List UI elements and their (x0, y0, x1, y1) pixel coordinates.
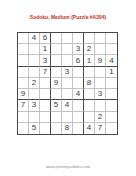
cell-r5c4: 9 (51, 78, 62, 89)
cell-r3c4 (51, 55, 62, 66)
cell-r1c7 (84, 33, 95, 44)
cell-r5c1 (18, 78, 29, 89)
cell-r4c6 (73, 67, 84, 78)
cell-r2c2 (29, 44, 40, 55)
cell-r9c3 (40, 123, 51, 134)
cell-r7c5: 4 (62, 100, 73, 111)
cell-r9c6 (73, 123, 84, 134)
cell-r3c2 (29, 55, 40, 66)
cell-r5c8 (95, 78, 106, 89)
cell-r9c4 (51, 123, 62, 134)
cell-r9c5: 8 (62, 123, 73, 134)
cell-r3c8: 9 (95, 55, 106, 66)
cell-r8c4 (51, 112, 62, 123)
cell-r7c6 (73, 100, 84, 111)
cell-r1c5 (62, 33, 73, 44)
cell-r7c1: 7 (18, 100, 29, 111)
cell-r2c8 (95, 44, 106, 55)
cell-r8c5 (62, 112, 73, 123)
cell-r4c5: 3 (62, 67, 73, 78)
cell-r2c4 (51, 44, 62, 55)
cell-r7c2: 3 (29, 100, 40, 111)
cell-r1c2: 4 (29, 33, 40, 44)
cell-r6c8: 3 (95, 89, 106, 100)
cell-r8c2 (29, 112, 40, 123)
cell-r1c9 (106, 33, 117, 44)
cell-r1c8 (95, 33, 106, 44)
cell-r1c4 (51, 33, 62, 44)
cell-r7c7 (84, 100, 95, 111)
cell-r9c9 (106, 123, 117, 134)
cell-r9c2: 5 (29, 123, 40, 134)
cell-r6c1: 9 (18, 89, 29, 100)
cell-r9c1 (18, 123, 29, 134)
cell-r6c5 (62, 89, 73, 100)
cell-r5c3 (40, 78, 51, 89)
cell-r4c1 (18, 67, 29, 78)
cell-r5c7: 8 (84, 78, 95, 89)
sudoku-sheet: { "game": "sudoku", "title": "Sudoku, Me… (0, 0, 136, 176)
cell-r5c2: 2 (29, 78, 40, 89)
cell-r5c6 (73, 78, 84, 89)
cell-r2c6: 3 (73, 44, 84, 55)
cell-r2c9 (106, 44, 117, 55)
cell-r6c7 (84, 89, 95, 100)
cell-r3c1 (18, 55, 29, 66)
cell-r6c2 (29, 89, 40, 100)
cell-r7c4: 5 (51, 100, 62, 111)
cell-r6c4 (51, 89, 62, 100)
cell-r2c1 (18, 44, 29, 55)
cell-r1c6 (73, 33, 84, 44)
cell-r2c5 (62, 44, 73, 55)
cell-r8c9 (106, 112, 117, 123)
cell-r8c7 (84, 112, 95, 123)
cell-r8c6 (73, 112, 84, 123)
cell-r6c6: 4 (73, 89, 84, 100)
cell-r3c7: 1 (84, 55, 95, 66)
sudoku-board: 4613236194731298943735425847 (17, 32, 118, 135)
footer-url: www.printmysudoku.com (0, 164, 136, 169)
cell-r7c9 (106, 100, 117, 111)
cell-r8c8: 2 (95, 112, 106, 123)
cell-r2c3: 1 (40, 44, 51, 55)
cell-r4c4 (51, 67, 62, 78)
cell-r6c3 (40, 89, 51, 100)
cell-r6c9 (106, 89, 117, 100)
cell-r4c2 (29, 67, 40, 78)
cell-r8c1 (18, 112, 29, 123)
cell-r5c9 (106, 78, 117, 89)
cell-r1c3: 6 (40, 33, 51, 44)
cell-r4c3: 7 (40, 67, 51, 78)
cell-r9c8: 7 (95, 123, 106, 134)
cell-r7c8 (95, 100, 106, 111)
cell-r3c6: 6 (73, 55, 84, 66)
page-title: Sudoku, Medium (Puzzle #A204) (0, 14, 136, 20)
cell-r4c8 (95, 67, 106, 78)
cell-r1c1 (18, 33, 29, 44)
cell-r4c9: 1 (106, 67, 117, 78)
cell-r8c3 (40, 112, 51, 123)
cell-r3c5 (62, 55, 73, 66)
cell-r5c5 (62, 78, 73, 89)
cell-r2c7: 2 (84, 44, 95, 55)
cell-r7c3 (40, 100, 51, 111)
cell-r4c7 (84, 67, 95, 78)
cell-r9c7: 4 (84, 123, 95, 134)
cell-r3c9: 4 (106, 55, 117, 66)
cell-r3c3: 3 (40, 55, 51, 66)
